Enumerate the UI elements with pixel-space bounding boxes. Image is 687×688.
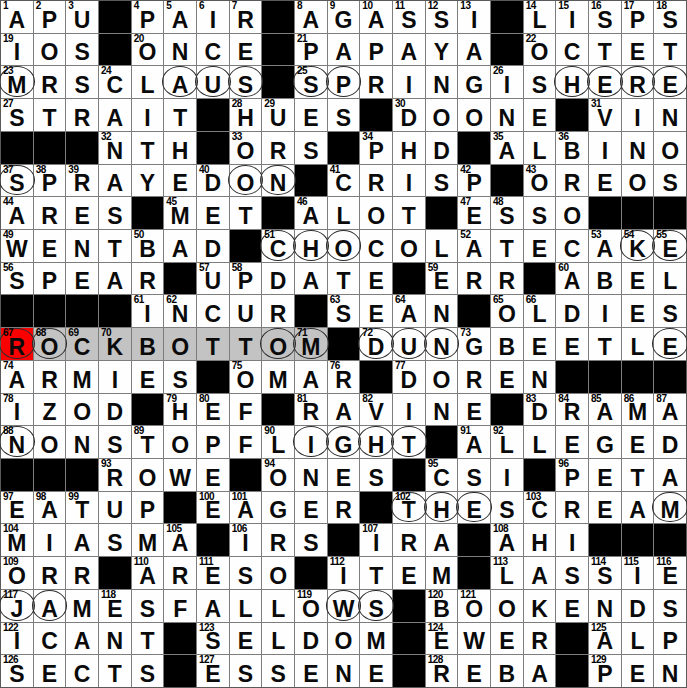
cell[interactable]: A [295,263,327,295]
cell[interactable]: N [426,394,458,426]
cell[interactable]: E [393,557,425,589]
cell[interactable]: P96 [556,459,588,491]
cell[interactable]: M [426,557,458,589]
cell[interactable]: A35 [491,132,523,164]
cell[interactable]: P38 [34,165,66,197]
cell[interactable]: S11 [393,1,425,33]
cell[interactable]: T99 [66,492,98,524]
cell[interactable]: I [393,66,425,98]
cell[interactable]: L113 [491,557,523,589]
cell[interactable]: D [262,263,294,295]
cell[interactable]: R128 [426,655,458,687]
cell[interactable]: G9 [328,1,360,33]
cell[interactable]: E [295,655,327,687]
cell[interactable]: O43 [524,165,556,197]
cell[interactable]: C24 [99,66,131,98]
cell[interactable]: A98 [34,492,66,524]
cell[interactable]: P129 [589,655,621,687]
cell[interactable]: O [426,361,458,393]
cell[interactable]: D [556,295,588,327]
cell[interactable]: O [328,623,360,655]
cell[interactable]: C [556,230,588,262]
cell[interactable]: E [458,394,490,426]
cell[interactable]: L [654,263,686,295]
cell[interactable]: A53 [589,230,621,262]
cell[interactable]: D30 [393,99,425,131]
cell[interactable]: O [132,459,164,491]
cell[interactable]: A [164,230,196,262]
cell[interactable]: E [524,99,556,131]
cell[interactable]: I [622,99,654,131]
cell[interactable]: A [197,590,229,622]
cell[interactable]: N [426,66,458,98]
cell[interactable]: P [197,426,229,458]
cell[interactable]: S18 [654,1,686,33]
cell[interactable]: N [99,623,131,655]
cell[interactable]: G73 [458,328,490,360]
cell[interactable]: E124 [426,623,458,655]
cell[interactable]: T [622,459,654,491]
cell[interactable]: L [262,623,294,655]
cell[interactable]: U3 [66,1,98,33]
cell[interactable]: O22 [524,34,556,66]
cell[interactable]: A91 [458,426,490,458]
cell[interactable]: R [34,197,66,229]
cell[interactable]: A52 [458,230,490,262]
cell[interactable]: I [589,132,621,164]
cell[interactable]: N [66,426,98,458]
cell[interactable]: G [328,426,360,458]
cell[interactable]: A5 [164,1,196,33]
cell[interactable]: R [66,557,98,589]
cell[interactable]: E [589,492,621,524]
cell[interactable]: I15 [556,1,588,33]
cell[interactable]: N [295,459,327,491]
cell[interactable]: A60 [556,263,588,295]
cell[interactable]: L [622,623,654,655]
cell[interactable]: A46 [295,197,327,229]
cell[interactable]: O [262,328,294,360]
cell[interactable]: R [556,165,588,197]
cell[interactable]: P21 [295,34,327,66]
cell[interactable]: S [230,557,262,589]
cell[interactable]: B [491,328,523,360]
cell[interactable]: E [622,263,654,295]
cell[interactable]: F [230,426,262,458]
cell[interactable]: E [458,492,490,524]
cell[interactable]: I78 [1,394,33,426]
cell[interactable]: T [197,328,229,360]
cell[interactable]: C51 [262,230,294,262]
cell[interactable]: P4 [132,1,164,33]
cell[interactable]: H [295,230,327,262]
cell[interactable]: H [164,132,196,164]
cell[interactable]: A [524,655,556,687]
cell[interactable]: H28 [230,99,262,131]
cell[interactable]: U57 [197,263,229,295]
cell[interactable]: I [34,524,66,556]
cell[interactable]: R39 [66,165,98,197]
cell[interactable]: D77 [393,361,425,393]
cell[interactable]: E [197,197,229,229]
cell[interactable]: M23 [1,66,33,98]
cell[interactable]: A [328,34,360,66]
cell[interactable]: A64 [393,295,425,327]
cell[interactable]: S37 [1,165,33,197]
cell[interactable]: H [360,426,392,458]
cell[interactable]: I [393,165,425,197]
cell[interactable]: R [622,66,654,98]
cell[interactable]: A [99,165,131,197]
cell[interactable]: O [491,590,523,622]
cell[interactable]: R [328,492,360,524]
cell[interactable]: O [164,426,196,458]
cell[interactable]: D [654,426,686,458]
cell[interactable]: D [622,590,654,622]
cell[interactable]: T [99,230,131,262]
cell[interactable]: N32 [99,132,131,164]
cell[interactable]: T [654,34,686,66]
cell[interactable]: S56 [1,263,33,295]
cell[interactable]: E [556,590,588,622]
cell[interactable]: S [524,197,556,229]
cell[interactable]: L [524,132,556,164]
cell[interactable]: E [622,34,654,66]
cell[interactable]: M71 [295,328,327,360]
cell[interactable]: I26 [491,66,523,98]
cell[interactable]: I [491,459,523,491]
cell[interactable]: N88 [1,426,33,458]
cell[interactable]: A44 [1,197,33,229]
cell[interactable]: T [393,197,425,229]
cell[interactable]: O109 [1,557,33,589]
cell[interactable]: O [164,328,196,360]
cell[interactable]: E [556,328,588,360]
cell[interactable]: L [262,590,294,622]
cell[interactable]: O [426,99,458,131]
cell[interactable]: D83 [524,394,556,426]
cell[interactable]: R81 [295,394,327,426]
cell[interactable]: S123 [197,623,229,655]
cell[interactable]: E [622,655,654,687]
cell[interactable]: E [34,655,66,687]
cell[interactable]: M104 [1,524,33,556]
cell[interactable]: S [295,524,327,556]
cell[interactable]: M [66,361,98,393]
cell[interactable]: C [34,623,66,655]
cell[interactable]: K70 [99,328,131,360]
cell[interactable]: O [622,165,654,197]
cell[interactable]: U [99,492,131,524]
cell[interactable]: H [556,66,588,98]
cell[interactable]: C [197,34,229,66]
cell[interactable]: E [66,263,98,295]
cell[interactable]: T [230,197,262,229]
cell[interactable]: S25 [295,66,327,98]
cell[interactable]: N [491,99,523,131]
cell[interactable]: E47 [458,197,490,229]
cell[interactable]: O [34,34,66,66]
cell[interactable]: Y [426,34,458,66]
cell[interactable]: C [66,655,98,687]
cell[interactable]: P [132,492,164,524]
cell[interactable]: P [360,34,392,66]
cell[interactable]: U [230,295,262,327]
cell[interactable]: V82 [360,394,392,426]
cell[interactable]: W [458,623,490,655]
cell[interactable]: P58 [230,263,262,295]
cell[interactable]: E [360,263,392,295]
cell[interactable]: W49 [1,230,33,262]
cell[interactable]: E111 [197,557,229,589]
cell[interactable]: S [654,165,686,197]
cell[interactable]: O65 [491,295,523,327]
cell[interactable]: H [393,132,425,164]
cell[interactable]: E [491,623,523,655]
cell[interactable]: O [360,197,392,229]
cell[interactable]: E [295,492,327,524]
cell[interactable]: C [360,230,392,262]
cell[interactable]: L [524,426,556,458]
cell[interactable]: A [34,590,66,622]
cell[interactable]: N [262,165,294,197]
cell[interactable]: T [360,557,392,589]
cell[interactable]: E [360,655,392,687]
cell[interactable]: D [99,394,131,426]
cell[interactable]: I [589,295,621,327]
cell[interactable]: T [230,328,262,360]
cell[interactable]: O [556,197,588,229]
cell[interactable]: V31 [589,99,621,131]
cell[interactable]: A108 [491,524,523,556]
cell[interactable]: S [654,590,686,622]
cell[interactable]: S [360,590,392,622]
cell[interactable]: E [524,328,556,360]
cell[interactable]: E [589,165,621,197]
cell[interactable]: E [328,459,360,491]
cell[interactable]: D [197,230,229,262]
cell[interactable]: N [328,655,360,687]
cell[interactable]: L90 [262,426,294,458]
cell[interactable]: M [654,492,686,524]
cell[interactable]: E127 [197,655,229,687]
cell[interactable]: M86 [622,394,654,426]
cell[interactable]: A [99,263,131,295]
cell[interactable]: S [654,295,686,327]
cell[interactable]: S [262,655,294,687]
cell[interactable]: T [393,426,425,458]
cell[interactable]: A [66,623,98,655]
cell[interactable]: D [295,623,327,655]
cell[interactable]: T [164,99,196,131]
cell[interactable]: N [589,590,621,622]
cell[interactable]: R84 [556,394,588,426]
cell[interactable]: F [230,394,262,426]
cell[interactable]: O [262,557,294,589]
cell[interactable]: T [132,623,164,655]
cell[interactable]: G [589,426,621,458]
cell[interactable]: D40 [197,165,229,197]
cell[interactable]: L [132,66,164,98]
cell[interactable]: O [393,230,425,262]
cell[interactable]: K [524,590,556,622]
cell[interactable]: A [99,99,131,131]
cell[interactable]: A [66,524,98,556]
cell[interactable]: R [524,623,556,655]
cell[interactable]: E100 [197,492,229,524]
cell[interactable]: P17 [622,1,654,33]
cell[interactable]: E [654,328,686,360]
cell[interactable]: P [328,66,360,98]
cell[interactable]: L66 [524,295,556,327]
cell[interactable]: S12 [426,1,458,33]
cell[interactable]: Z [34,394,66,426]
cell[interactable]: P2 [34,1,66,33]
cell[interactable]: K54 [622,230,654,262]
cell[interactable]: T [589,328,621,360]
cell[interactable]: R [262,132,294,164]
cell[interactable]: E [132,361,164,393]
cell[interactable]: S [99,197,131,229]
cell[interactable]: S [164,361,196,393]
cell[interactable]: R [393,524,425,556]
cell[interactable]: E [524,230,556,262]
cell[interactable]: S [426,165,458,197]
cell[interactable]: I13 [458,1,490,33]
cell[interactable]: R [34,66,66,98]
cell[interactable]: G [262,492,294,524]
cell[interactable]: E80 [197,394,229,426]
cell[interactable]: A [654,459,686,491]
cell[interactable]: A85 [589,394,621,426]
cell[interactable]: P [34,263,66,295]
cell[interactable]: H [426,492,458,524]
cell[interactable]: T [34,99,66,131]
cell[interactable]: I107 [360,524,392,556]
cell[interactable]: A10 [360,1,392,33]
cell[interactable]: H79 [164,394,196,426]
cell[interactable]: E55 [654,230,686,262]
cell[interactable]: E [589,459,621,491]
selected-cell[interactable]: R67 [1,328,33,360]
cell[interactable]: S [524,66,556,98]
cell[interactable]: S [99,524,131,556]
cell[interactable]: I61 [132,295,164,327]
cell[interactable]: R [360,165,392,197]
cell[interactable]: R93 [99,459,131,491]
cell[interactable]: S [132,655,164,687]
cell[interactable]: I115 [622,557,654,589]
cell[interactable]: E [622,295,654,327]
cell[interactable]: L92 [491,426,523,458]
cell[interactable]: O94 [262,459,294,491]
cell[interactable]: S [66,66,98,98]
cell[interactable]: P34 [360,132,392,164]
cell[interactable]: S [360,459,392,491]
cell[interactable]: R [164,557,196,589]
cell[interactable]: N [622,132,654,164]
cell[interactable]: W [164,459,196,491]
cell[interactable]: R [491,263,523,295]
cell[interactable]: O68 [34,328,66,360]
cell[interactable]: A [164,66,196,98]
cell[interactable]: S [66,34,98,66]
cell[interactable]: I [556,524,588,556]
cell[interactable]: E [230,34,262,66]
cell[interactable]: O121 [458,590,490,622]
cell[interactable]: A [295,361,327,393]
cell[interactable]: T [132,132,164,164]
cell[interactable]: S114 [589,557,621,589]
cell[interactable]: I [99,361,131,393]
cell[interactable]: E [458,655,490,687]
cell[interactable]: I [295,426,327,458]
cell[interactable]: P42 [458,165,490,197]
cell[interactable]: A [328,394,360,426]
cell[interactable]: N [654,99,686,131]
cell[interactable]: D [426,132,458,164]
cell[interactable]: A101 [230,492,262,524]
cell[interactable]: O [328,230,360,262]
cell[interactable]: U [197,66,229,98]
cell[interactable]: O [654,132,686,164]
cell[interactable]: S [491,492,523,524]
cell[interactable]: J117 [1,590,33,622]
cell[interactable]: T89 [132,426,164,458]
cell[interactable]: B [589,263,621,295]
cell[interactable]: P [654,623,686,655]
cell[interactable]: T [491,230,523,262]
cell[interactable]: E118 [99,590,131,622]
cell[interactable]: S [458,459,490,491]
cell[interactable]: N [164,34,196,66]
cell[interactable]: L [622,328,654,360]
cell[interactable]: E [66,197,98,229]
cell[interactable]: C [197,295,229,327]
cell[interactable]: O [458,99,490,131]
cell[interactable]: C95 [426,459,458,491]
cell[interactable]: B120 [426,590,458,622]
cell[interactable]: R [360,66,392,98]
cell[interactable]: M [66,590,98,622]
cell[interactable]: E [556,426,588,458]
cell[interactable]: E [654,66,686,98]
cell[interactable]: L [230,590,262,622]
cell[interactable]: L [328,197,360,229]
cell[interactable]: M45 [164,197,196,229]
cell[interactable]: F [164,590,196,622]
cell[interactable]: E [295,99,327,131]
cell[interactable]: E [622,426,654,458]
cell[interactable]: R [458,361,490,393]
cell[interactable]: A8 [295,1,327,33]
cell[interactable]: O33 [230,132,262,164]
cell[interactable]: I122 [1,623,33,655]
cell[interactable]: S16 [589,1,621,33]
cell[interactable]: A [622,492,654,524]
cell[interactable]: I [393,394,425,426]
cell[interactable]: B [491,655,523,687]
cell[interactable]: B36 [556,132,588,164]
cell[interactable]: S [295,132,327,164]
cell[interactable]: S [328,99,360,131]
cell[interactable]: S27 [1,99,33,131]
cell[interactable]: R [34,361,66,393]
cell[interactable]: N [654,655,686,687]
cell[interactable]: T102 [393,492,425,524]
cell[interactable]: C41 [328,165,360,197]
cell[interactable]: I112 [328,557,360,589]
